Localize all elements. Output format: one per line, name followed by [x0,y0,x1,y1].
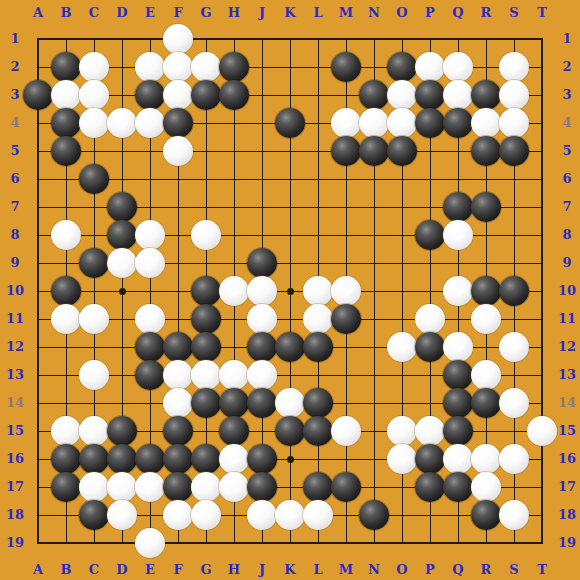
white-stone[interactable] [303,500,333,530]
black-stone[interactable] [191,80,221,110]
column-label-top: P [420,4,440,22]
row-label-left: 2 [2,58,28,76]
row-label-left: 10 [2,282,28,300]
white-stone[interactable] [135,304,165,334]
black-stone[interactable] [79,444,109,474]
column-label-top: F [168,4,188,22]
white-stone[interactable] [191,360,221,390]
white-stone[interactable] [247,500,277,530]
white-stone[interactable] [191,472,221,502]
white-stone[interactable] [135,248,165,278]
black-stone[interactable] [107,444,137,474]
row-label-left: 9 [2,254,28,272]
black-stone[interactable] [135,360,165,390]
column-label-bottom: K [280,561,300,579]
white-stone[interactable] [387,416,417,446]
row-label-right: 9 [554,254,580,272]
white-stone[interactable] [303,276,333,306]
black-stone[interactable] [415,80,445,110]
row-label-left: 12 [2,338,28,356]
black-stone[interactable] [443,108,473,138]
black-stone[interactable] [79,248,109,278]
black-stone[interactable] [163,108,193,138]
row-label-right: 5 [554,142,580,160]
star-point [119,288,126,295]
white-stone[interactable] [471,360,501,390]
black-stone[interactable] [415,220,445,250]
row-label-left: 7 [2,198,28,216]
white-stone[interactable] [107,108,137,138]
white-stone[interactable] [443,332,473,362]
row-label-right: 17 [554,478,580,496]
black-stone[interactable] [51,52,81,82]
black-stone[interactable] [51,108,81,138]
black-stone[interactable] [471,388,501,418]
black-stone[interactable] [331,304,361,334]
black-stone[interactable] [79,500,109,530]
white-stone[interactable] [443,444,473,474]
row-label-left: 15 [2,422,28,440]
white-stone[interactable] [415,416,445,446]
white-stone[interactable] [443,52,473,82]
row-label-right: 12 [554,338,580,356]
black-stone[interactable] [107,220,137,250]
black-stone[interactable] [415,332,445,362]
white-stone[interactable] [219,472,249,502]
black-stone[interactable] [415,472,445,502]
black-stone[interactable] [387,136,417,166]
white-stone[interactable] [499,332,529,362]
white-stone[interactable] [275,388,305,418]
white-stone[interactable] [163,80,193,110]
row-label-left: 18 [2,506,28,524]
star-point [287,288,294,295]
column-label-top: J [252,4,272,22]
white-stone[interactable] [163,136,193,166]
black-stone[interactable] [247,388,277,418]
white-stone[interactable] [163,360,193,390]
row-label-left: 11 [2,310,28,328]
black-stone[interactable] [331,52,361,82]
white-stone[interactable] [387,108,417,138]
row-label-right: 10 [554,282,580,300]
black-stone[interactable] [191,276,221,306]
white-stone[interactable] [499,500,529,530]
white-stone[interactable] [471,472,501,502]
white-stone[interactable] [331,108,361,138]
white-stone[interactable] [51,220,81,250]
row-label-right: 1 [554,30,580,48]
white-stone[interactable] [163,500,193,530]
white-stone[interactable] [387,80,417,110]
black-stone[interactable] [135,332,165,362]
white-stone[interactable] [107,500,137,530]
white-stone[interactable] [219,276,249,306]
white-stone[interactable] [219,444,249,474]
white-stone[interactable] [331,276,361,306]
column-label-bottom: N [364,561,384,579]
white-stone[interactable] [443,220,473,250]
black-stone[interactable] [471,80,501,110]
column-label-bottom: H [224,561,244,579]
row-label-left: 19 [2,534,28,552]
column-label-bottom: R [476,561,496,579]
black-stone[interactable] [51,276,81,306]
black-stone[interactable] [359,80,389,110]
black-stone[interactable] [191,332,221,362]
row-label-right: 7 [554,198,580,216]
black-stone[interactable] [499,276,529,306]
row-label-left: 5 [2,142,28,160]
white-stone[interactable] [79,360,109,390]
column-label-bottom: M [336,561,356,579]
column-label-bottom: D [112,561,132,579]
column-label-bottom: J [252,561,272,579]
white-stone[interactable] [443,80,473,110]
white-stone[interactable] [79,472,109,502]
white-stone[interactable] [247,304,277,334]
black-stone[interactable] [247,472,277,502]
column-label-top: H [224,4,244,22]
column-label-top: C [84,4,104,22]
black-stone[interactable] [247,444,277,474]
black-stone[interactable] [443,388,473,418]
white-stone[interactable] [51,416,81,446]
black-stone[interactable] [219,388,249,418]
white-stone[interactable] [275,500,305,530]
white-stone[interactable] [387,444,417,474]
white-stone[interactable] [51,304,81,334]
column-label-top: L [308,4,328,22]
row-label-right: 15 [554,422,580,440]
white-stone[interactable] [415,52,445,82]
black-stone[interactable] [107,192,137,222]
white-stone[interactable] [163,388,193,418]
column-label-bottom: O [392,561,412,579]
black-stone[interactable] [191,304,221,334]
row-label-right: 14 [554,394,580,412]
white-stone[interactable] [499,444,529,474]
black-stone[interactable] [331,136,361,166]
black-stone[interactable] [163,332,193,362]
white-stone[interactable] [135,52,165,82]
column-label-top: B [56,4,76,22]
star-point [287,456,294,463]
white-stone[interactable] [443,276,473,306]
row-label-left: 14 [2,394,28,412]
column-label-bottom: S [504,561,524,579]
black-stone[interactable] [163,444,193,474]
black-stone[interactable] [219,416,249,446]
white-stone[interactable] [415,304,445,334]
row-label-right: 13 [554,366,580,384]
black-stone[interactable] [275,108,305,138]
row-label-left: 1 [2,30,28,48]
row-label-left: 8 [2,226,28,244]
black-stone[interactable] [415,108,445,138]
column-label-top: Q [448,4,468,22]
white-stone[interactable] [247,360,277,390]
column-label-top: T [532,4,552,22]
white-stone[interactable] [303,304,333,334]
black-stone[interactable] [51,472,81,502]
white-stone[interactable] [107,472,137,502]
column-label-bottom: Q [448,561,468,579]
black-stone[interactable] [359,136,389,166]
white-stone[interactable] [387,332,417,362]
black-stone[interactable] [135,80,165,110]
black-stone[interactable] [471,136,501,166]
white-stone[interactable] [135,108,165,138]
white-stone[interactable] [471,444,501,474]
black-stone[interactable] [387,52,417,82]
white-stone[interactable] [163,52,193,82]
white-stone[interactable] [527,416,557,446]
white-stone[interactable] [331,416,361,446]
black-stone[interactable] [247,332,277,362]
black-stone[interactable] [191,444,221,474]
black-stone[interactable] [443,472,473,502]
black-stone[interactable] [303,472,333,502]
column-label-top: O [392,4,412,22]
black-stone[interactable] [219,52,249,82]
white-stone[interactable] [499,388,529,418]
column-label-top: S [504,4,524,22]
white-stone[interactable] [499,108,529,138]
row-label-right: 8 [554,226,580,244]
white-stone[interactable] [219,360,249,390]
white-stone[interactable] [499,80,529,110]
black-stone[interactable] [303,388,333,418]
black-stone[interactable] [471,500,501,530]
row-label-left: 16 [2,450,28,468]
black-stone[interactable] [359,500,389,530]
row-label-right: 18 [554,506,580,524]
row-label-right: 4 [554,114,580,132]
column-label-top: E [140,4,160,22]
black-stone[interactable] [303,416,333,446]
black-stone[interactable] [247,248,277,278]
row-label-left: 6 [2,170,28,188]
white-stone[interactable] [135,220,165,250]
white-stone[interactable] [107,248,137,278]
column-label-bottom: T [532,561,552,579]
black-stone[interactable] [219,80,249,110]
column-label-bottom: F [168,561,188,579]
black-stone[interactable] [415,444,445,474]
white-stone[interactable] [499,52,529,82]
black-stone[interactable] [443,360,473,390]
white-stone[interactable] [79,52,109,82]
white-stone[interactable] [79,108,109,138]
row-label-right: 16 [554,450,580,468]
white-stone[interactable] [191,220,221,250]
row-label-right: 3 [554,86,580,104]
white-stone[interactable] [51,80,81,110]
black-stone[interactable] [471,192,501,222]
column-label-bottom: P [420,561,440,579]
black-stone[interactable] [79,164,109,194]
column-label-bottom: B [56,561,76,579]
white-stone[interactable] [471,108,501,138]
white-stone[interactable] [471,304,501,334]
black-stone[interactable] [163,472,193,502]
row-label-right: 6 [554,170,580,188]
column-label-top: G [196,4,216,22]
row-label-left: 4 [2,114,28,132]
black-stone[interactable] [51,136,81,166]
black-stone[interactable] [135,444,165,474]
black-stone[interactable] [275,416,305,446]
row-label-left: 13 [2,366,28,384]
white-stone[interactable] [135,528,165,558]
column-label-top: K [280,4,300,22]
column-label-bottom: E [140,561,160,579]
black-stone[interactable] [331,472,361,502]
column-label-top: N [364,4,384,22]
black-stone[interactable] [23,80,53,110]
black-stone[interactable] [443,416,473,446]
black-stone[interactable] [443,192,473,222]
white-stone[interactable] [247,276,277,306]
row-label-right: 2 [554,58,580,76]
go-board[interactable]: AABBCCDDEEFFGGHHJJKKLLMMNNOOPPQQRRSSTT11… [0,0,580,580]
black-stone[interactable] [499,136,529,166]
white-stone[interactable] [191,52,221,82]
white-stone[interactable] [135,472,165,502]
column-label-top: R [476,4,496,22]
column-label-bottom: A [28,561,48,579]
row-label-left: 17 [2,478,28,496]
column-label-top: A [28,4,48,22]
black-stone[interactable] [275,332,305,362]
black-stone[interactable] [471,276,501,306]
white-stone[interactable] [359,108,389,138]
row-label-right: 19 [554,534,580,552]
grid-line [38,319,542,320]
column-label-top: M [336,4,356,22]
black-stone[interactable] [303,332,333,362]
column-label-bottom: G [196,561,216,579]
white-stone[interactable] [79,416,109,446]
black-stone[interactable] [191,388,221,418]
column-label-top: D [112,4,132,22]
black-stone[interactable] [107,416,137,446]
column-label-bottom: L [308,561,328,579]
black-stone[interactable] [163,416,193,446]
row-label-right: 11 [554,310,580,328]
white-stone[interactable] [79,304,109,334]
black-stone[interactable] [51,444,81,474]
white-stone[interactable] [191,500,221,530]
white-stone[interactable] [79,80,109,110]
white-stone[interactable] [163,24,193,54]
column-label-bottom: C [84,561,104,579]
